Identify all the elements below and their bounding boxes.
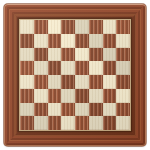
square-c5	[48, 61, 62, 75]
square-d2	[61, 103, 75, 117]
square-c2	[48, 103, 62, 117]
square-e6	[75, 48, 89, 62]
square-g7	[103, 34, 117, 48]
square-b6	[34, 48, 48, 62]
square-c1	[48, 116, 62, 130]
square-h1	[116, 116, 130, 130]
square-e1	[75, 116, 89, 130]
square-c6	[48, 48, 62, 62]
square-f2	[89, 103, 103, 117]
square-e3	[75, 89, 89, 103]
square-h7	[116, 34, 130, 48]
square-h6	[116, 48, 130, 62]
square-e7	[75, 34, 89, 48]
square-a7	[20, 34, 34, 48]
square-h5	[116, 61, 130, 75]
square-a5	[20, 61, 34, 75]
square-f4	[89, 75, 103, 89]
square-e2	[75, 103, 89, 117]
square-f1	[89, 116, 103, 130]
square-e5	[75, 61, 89, 75]
square-f8	[89, 20, 103, 34]
square-c4	[48, 75, 62, 89]
square-g8	[103, 20, 117, 34]
frame-rail-bottom	[4, 130, 146, 146]
square-b8	[34, 20, 48, 34]
frame-rail-top	[4, 4, 146, 20]
square-d4	[61, 75, 75, 89]
square-a3	[20, 89, 34, 103]
square-g4	[103, 75, 117, 89]
square-f6	[89, 48, 103, 62]
square-a8	[20, 20, 34, 34]
square-g3	[103, 89, 117, 103]
square-f5	[89, 61, 103, 75]
square-d1	[61, 116, 75, 130]
square-h2	[116, 103, 130, 117]
square-b2	[34, 103, 48, 117]
square-d3	[61, 89, 75, 103]
square-g5	[103, 61, 117, 75]
square-h4	[116, 75, 130, 89]
square-b3	[34, 89, 48, 103]
square-e8	[75, 20, 89, 34]
square-f7	[89, 34, 103, 48]
square-b4	[34, 75, 48, 89]
square-h8	[116, 20, 130, 34]
square-a1	[20, 116, 34, 130]
chess-board-photo[interactable]	[0, 0, 150, 150]
square-d7	[61, 34, 75, 48]
square-d5	[61, 61, 75, 75]
frame-rail-right	[130, 4, 146, 146]
square-g1	[103, 116, 117, 130]
square-b1	[34, 116, 48, 130]
square-e4	[75, 75, 89, 89]
square-b5	[34, 61, 48, 75]
chess-board	[4, 4, 146, 146]
frame-rail-left	[4, 4, 20, 146]
square-b7	[34, 34, 48, 48]
square-g2	[103, 103, 117, 117]
square-g6	[103, 48, 117, 62]
square-c3	[48, 89, 62, 103]
square-d8	[61, 20, 75, 34]
square-f3	[89, 89, 103, 103]
square-c7	[48, 34, 62, 48]
square-a4	[20, 75, 34, 89]
square-a6	[20, 48, 34, 62]
square-h3	[116, 89, 130, 103]
square-c8	[48, 20, 62, 34]
square-a2	[20, 103, 34, 117]
square-d6	[61, 48, 75, 62]
board-squares-grid	[20, 20, 130, 130]
